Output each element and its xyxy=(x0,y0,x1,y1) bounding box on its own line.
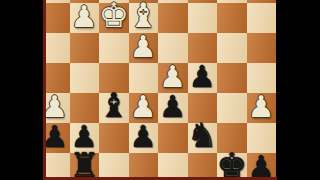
square-c6[interactable]: ♚ xyxy=(99,3,129,33)
square-e6[interactable] xyxy=(158,3,188,33)
square-f6[interactable] xyxy=(188,3,218,33)
board-frame-bottom-edge xyxy=(40,177,277,180)
square-e1[interactable] xyxy=(158,153,188,180)
square-h3[interactable]: ♟ xyxy=(247,93,277,123)
square-g4[interactable] xyxy=(217,63,247,93)
square-b4[interactable] xyxy=(70,63,100,93)
black-pawn[interactable]: ♟ xyxy=(158,93,188,123)
square-c3[interactable]: ♝ xyxy=(99,93,129,123)
square-d5[interactable]: ♟ xyxy=(129,33,159,63)
letterbox-left xyxy=(0,0,43,180)
square-c5[interactable] xyxy=(99,33,129,63)
square-e2[interactable] xyxy=(158,123,188,153)
white-pawn[interactable]: ♟ xyxy=(247,93,277,123)
square-c2[interactable] xyxy=(99,123,129,153)
square-g1[interactable]: ♚ xyxy=(217,153,247,180)
square-b1[interactable]: ♜ xyxy=(70,153,100,180)
letterbox-right xyxy=(277,0,320,180)
square-f4[interactable]: ♟ xyxy=(188,63,218,93)
black-pawn[interactable]: ♟ xyxy=(188,63,218,93)
black-bishop[interactable]: ♝ xyxy=(99,93,129,123)
square-c1[interactable] xyxy=(99,153,129,180)
black-knight[interactable]: ♞ xyxy=(188,123,218,153)
square-b6[interactable]: ♟ xyxy=(70,3,100,33)
square-b5[interactable] xyxy=(70,33,100,63)
square-e3[interactable]: ♟ xyxy=(158,93,188,123)
square-h5[interactable] xyxy=(247,33,277,63)
square-g5[interactable] xyxy=(217,33,247,63)
white-king[interactable]: ♚ xyxy=(99,3,129,33)
black-pawn[interactable]: ♟ xyxy=(129,123,159,153)
square-h6[interactable] xyxy=(247,3,277,33)
white-pawn[interactable]: ♟ xyxy=(70,3,100,33)
square-g3[interactable] xyxy=(217,93,247,123)
square-f2[interactable]: ♞ xyxy=(188,123,218,153)
square-d1[interactable] xyxy=(129,153,159,180)
white-pawn[interactable]: ♟ xyxy=(129,33,159,63)
video-frame: ♟♚♝♟♟♟♟♝♟♟♟♟♟♟♞♜♚♟ xyxy=(0,0,320,180)
square-g6[interactable] xyxy=(217,3,247,33)
black-king[interactable]: ♚ xyxy=(217,153,247,180)
square-h1[interactable]: ♟ xyxy=(247,153,277,180)
chess-board: ♟♚♝♟♟♟♟♝♟♟♟♟♟♟♞♜♚♟ xyxy=(40,0,276,180)
square-d2[interactable]: ♟ xyxy=(129,123,159,153)
black-rook[interactable]: ♜ xyxy=(70,153,100,180)
black-pawn[interactable]: ♟ xyxy=(247,153,277,180)
square-f1[interactable] xyxy=(188,153,218,180)
